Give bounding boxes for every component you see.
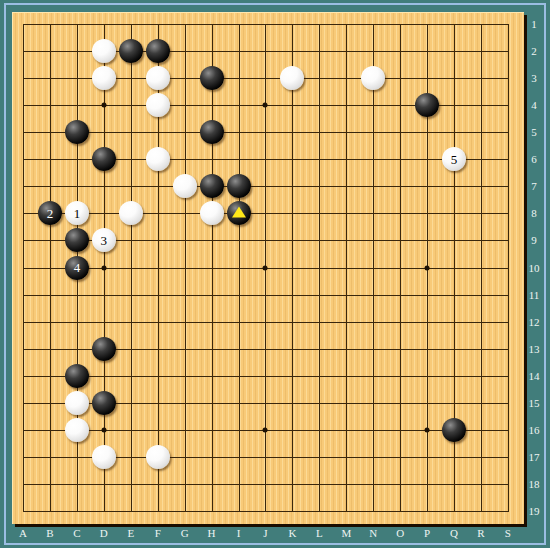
- row-label: 15: [529, 397, 540, 409]
- row-label: 9: [531, 234, 537, 246]
- row-label: 16: [529, 424, 540, 436]
- stone-black[interactable]: [65, 120, 89, 144]
- row-label: 2: [531, 45, 537, 57]
- row-label: 6: [531, 153, 537, 165]
- star-point: [263, 427, 268, 432]
- stone-white[interactable]: [200, 201, 224, 225]
- star-point: [263, 103, 268, 108]
- stone-white[interactable]: [92, 445, 116, 469]
- row-label: 4: [531, 99, 537, 111]
- row-label: 1: [531, 18, 537, 30]
- column-label: J: [263, 527, 267, 539]
- stone-black[interactable]: [227, 201, 251, 225]
- stone-white[interactable]: [146, 93, 170, 117]
- row-label: 18: [529, 478, 540, 490]
- move-number-label: 3: [101, 234, 108, 247]
- row-label: 8: [531, 207, 537, 219]
- stone-white[interactable]: [92, 39, 116, 63]
- stone-white[interactable]: [92, 66, 116, 90]
- stone-black[interactable]: [200, 120, 224, 144]
- row-label: 10: [529, 262, 540, 274]
- grid-line: [23, 511, 509, 512]
- column-label: G: [181, 527, 189, 539]
- move-number-label: 1: [74, 207, 81, 220]
- grid-line: [23, 295, 509, 296]
- column-label: N: [369, 527, 377, 539]
- stone-white[interactable]: [146, 66, 170, 90]
- row-label: 7: [531, 180, 537, 192]
- row-label: 5: [531, 126, 537, 138]
- stone-white[interactable]: [146, 147, 170, 171]
- move-number-label: 5: [451, 153, 458, 166]
- row-label: 3: [531, 72, 537, 84]
- column-label: Q: [450, 527, 458, 539]
- stone-white[interactable]: [65, 391, 89, 415]
- grid-line: [23, 213, 509, 214]
- column-label: F: [155, 527, 161, 539]
- column-label: B: [46, 527, 53, 539]
- grid-line: [23, 132, 509, 133]
- stone-black[interactable]: [146, 39, 170, 63]
- column-label: P: [424, 527, 430, 539]
- star-point: [101, 103, 106, 108]
- stone-black[interactable]: [227, 174, 251, 198]
- column-label: O: [396, 527, 404, 539]
- grid-line: [23, 322, 509, 323]
- stone-black[interactable]: 4: [65, 256, 89, 280]
- stone-black[interactable]: [92, 147, 116, 171]
- row-label: 11: [529, 289, 540, 301]
- stone-white[interactable]: [173, 174, 197, 198]
- row-label: 14: [529, 370, 540, 382]
- stone-black[interactable]: [92, 391, 116, 415]
- stone-black[interactable]: [119, 39, 143, 63]
- star-point: [263, 265, 268, 270]
- last-move-triangle-marker: [232, 207, 246, 218]
- stone-white[interactable]: [65, 418, 89, 442]
- column-label: R: [477, 527, 484, 539]
- star-point: [101, 265, 106, 270]
- stone-white[interactable]: [119, 201, 143, 225]
- star-point: [425, 427, 430, 432]
- column-label: M: [341, 527, 351, 539]
- column-label: C: [73, 527, 80, 539]
- column-label: A: [19, 527, 27, 539]
- stone-black[interactable]: [65, 364, 89, 388]
- column-label: S: [505, 527, 511, 539]
- column-label: H: [208, 527, 216, 539]
- grid-line: [23, 186, 509, 187]
- grid-line: [23, 484, 509, 485]
- go-board-window: ABCDEFGHIJKLMNOPQRS123456789101112131415…: [0, 0, 550, 548]
- grid-line: [23, 24, 509, 25]
- stone-black[interactable]: [442, 418, 466, 442]
- column-label: E: [127, 527, 134, 539]
- column-label: I: [237, 527, 241, 539]
- grid-line: [23, 376, 509, 377]
- move-number-label: 2: [47, 207, 54, 220]
- row-label: 17: [529, 451, 540, 463]
- stone-black[interactable]: [200, 66, 224, 90]
- stone-white[interactable]: [146, 445, 170, 469]
- row-label: 13: [529, 343, 540, 355]
- row-label: 19: [529, 505, 540, 517]
- move-number-label: 4: [74, 261, 81, 274]
- star-point: [425, 265, 430, 270]
- stone-black[interactable]: [200, 174, 224, 198]
- star-point: [101, 427, 106, 432]
- stone-black[interactable]: [92, 337, 116, 361]
- column-label: L: [316, 527, 323, 539]
- row-label: 12: [529, 316, 540, 328]
- column-label: D: [100, 527, 108, 539]
- column-label: K: [288, 527, 296, 539]
